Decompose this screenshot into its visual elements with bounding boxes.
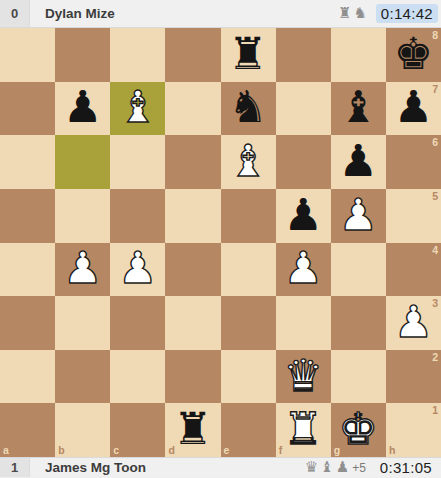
square-g2[interactable]	[331, 350, 386, 404]
square-h4[interactable]: 4	[386, 243, 441, 297]
white-pawn[interactable]: ♟	[63, 246, 102, 290]
square-b5[interactable]	[55, 189, 110, 243]
square-c3[interactable]	[110, 296, 165, 350]
black-pawn[interactable]: ♟	[394, 85, 433, 129]
white-pawn[interactable]: ♟	[339, 193, 378, 237]
top-player-bar: 0 Dylan Mize ♜♞ 0:14:42	[0, 0, 441, 28]
square-a1[interactable]: a	[0, 403, 55, 457]
chess-board[interactable]: ♜♚8♟♝♞♝♟7♝♟6♟♟5♟♟♟4♟3♛2abc♜de♜f♚gh1	[0, 28, 441, 457]
square-a5[interactable]	[0, 189, 55, 243]
file-label-g: g	[334, 445, 340, 456]
black-pawn[interactable]: ♟	[339, 139, 378, 183]
square-h5[interactable]: 5	[386, 189, 441, 243]
square-g1[interactable]: ♚g	[331, 403, 386, 457]
square-d6[interactable]	[165, 135, 220, 189]
black-bishop[interactable]: ♝	[339, 85, 378, 129]
square-d5[interactable]	[165, 189, 220, 243]
square-e3[interactable]	[221, 296, 276, 350]
captured-bishop-icon: ♝	[320, 460, 333, 475]
square-h6[interactable]: 6	[386, 135, 441, 189]
file-label-h: h	[389, 445, 395, 456]
rank-label-1: 1	[432, 405, 438, 416]
black-pawn[interactable]: ♟	[283, 193, 322, 237]
square-a3[interactable]	[0, 296, 55, 350]
square-h2[interactable]: 2	[386, 350, 441, 404]
rank-label-3: 3	[432, 298, 438, 309]
square-g8[interactable]	[331, 28, 386, 82]
top-captured-pieces: ♜♞	[338, 6, 367, 21]
square-g3[interactable]	[331, 296, 386, 350]
bottom-player-name: James Mg Toon	[45, 460, 305, 475]
square-g5[interactable]: ♟	[331, 189, 386, 243]
file-label-c: c	[113, 445, 119, 456]
rank-label-8: 8	[432, 30, 438, 41]
rank-label-6: 6	[432, 137, 438, 148]
captured-knight-icon: ♞	[353, 6, 366, 21]
square-e1[interactable]: e	[221, 403, 276, 457]
square-g6[interactable]: ♟	[331, 135, 386, 189]
white-queen[interactable]: ♛	[283, 354, 322, 398]
white-king[interactable]: ♚	[339, 407, 378, 451]
file-label-b: b	[58, 445, 64, 456]
square-b7[interactable]: ♟	[55, 82, 110, 136]
black-pawn[interactable]: ♟	[63, 85, 102, 129]
rank-label-4: 4	[432, 245, 438, 256]
captured-rook-icon: ♜	[338, 6, 351, 21]
file-label-a: a	[3, 445, 9, 456]
top-player-name: Dylan Mize	[45, 6, 338, 21]
square-e7[interactable]: ♞	[221, 82, 276, 136]
square-a4[interactable]	[0, 243, 55, 297]
white-pawn[interactable]: ♟	[118, 246, 157, 290]
square-g7[interactable]: ♝	[331, 82, 386, 136]
captured-pawn-icon: ♟	[336, 460, 349, 475]
square-d8[interactable]	[165, 28, 220, 82]
square-h3[interactable]: ♟3	[386, 296, 441, 350]
white-bishop[interactable]: ♝	[118, 85, 157, 129]
square-a7[interactable]	[0, 82, 55, 136]
white-rook[interactable]: ♜	[283, 407, 322, 451]
square-a6[interactable]	[0, 135, 55, 189]
square-h8[interactable]: ♚8	[386, 28, 441, 82]
file-label-f: f	[279, 445, 283, 456]
square-d7[interactable]	[165, 82, 220, 136]
bottom-player-bar: 1 James Mg Toon ♛♝♟ +5 0:31:05	[0, 457, 441, 477]
square-b1[interactable]: b	[55, 403, 110, 457]
square-f7[interactable]	[276, 82, 331, 136]
square-h1[interactable]: h1	[386, 403, 441, 457]
square-c4[interactable]: ♟	[110, 243, 165, 297]
square-e4[interactable]	[221, 243, 276, 297]
square-d2[interactable]	[165, 350, 220, 404]
square-c2[interactable]	[110, 350, 165, 404]
black-king[interactable]: ♚	[394, 32, 433, 76]
white-pawn[interactable]: ♟	[283, 246, 322, 290]
square-b6[interactable]	[55, 135, 110, 189]
black-knight[interactable]: ♞	[228, 85, 267, 129]
square-f5[interactable]: ♟	[276, 189, 331, 243]
square-f4[interactable]: ♟	[276, 243, 331, 297]
square-d3[interactable]	[165, 296, 220, 350]
square-b3[interactable]	[55, 296, 110, 350]
square-a2[interactable]	[0, 350, 55, 404]
bottom-captured-pieces: ♛♝♟	[305, 460, 349, 475]
bottom-player-number: 1	[0, 458, 30, 477]
file-label-e: e	[224, 445, 230, 456]
chess-app-window: 0 Dylan Mize ♜♞ 0:14:42 ♜♚8♟♝♞♝♟7♝♟6♟♟5♟…	[0, 0, 441, 478]
black-rook[interactable]: ♜	[228, 32, 267, 76]
bottom-player-clock: 0:31:05	[375, 458, 437, 477]
square-c6[interactable]	[110, 135, 165, 189]
top-player-clock: 0:14:42	[376, 4, 438, 23]
square-f6[interactable]	[276, 135, 331, 189]
material-advantage: +5	[352, 461, 366, 475]
square-c7[interactable]: ♝	[110, 82, 165, 136]
square-b8[interactable]	[55, 28, 110, 82]
square-d1[interactable]: ♜d	[165, 403, 220, 457]
rank-label-5: 5	[432, 191, 438, 202]
square-a8[interactable]	[0, 28, 55, 82]
square-e8[interactable]: ♜	[221, 28, 276, 82]
square-f1[interactable]: ♜f	[276, 403, 331, 457]
captured-queen-icon: ♛	[305, 460, 318, 475]
square-f3[interactable]	[276, 296, 331, 350]
square-b2[interactable]	[55, 350, 110, 404]
square-c1[interactable]: c	[110, 403, 165, 457]
square-e5[interactable]	[221, 189, 276, 243]
square-g4[interactable]	[331, 243, 386, 297]
square-b4[interactable]: ♟	[55, 243, 110, 297]
file-label-d: d	[168, 445, 174, 456]
white-bishop[interactable]: ♝	[228, 139, 267, 183]
square-c5[interactable]	[110, 189, 165, 243]
square-e6[interactable]: ♝	[221, 135, 276, 189]
square-h7[interactable]: ♟7	[386, 82, 441, 136]
black-rook[interactable]: ♜	[173, 407, 212, 451]
square-c8[interactable]	[110, 28, 165, 82]
top-player-number: 0	[0, 0, 30, 27]
white-pawn[interactable]: ♟	[394, 300, 433, 344]
rank-label-2: 2	[432, 352, 438, 363]
square-e2[interactable]	[221, 350, 276, 404]
square-f2[interactable]: ♛	[276, 350, 331, 404]
square-d4[interactable]	[165, 243, 220, 297]
rank-label-7: 7	[432, 84, 438, 95]
square-f8[interactable]	[276, 28, 331, 82]
